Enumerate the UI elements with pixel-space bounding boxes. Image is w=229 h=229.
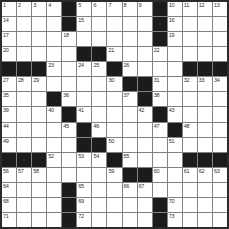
cell-r11c13[interactable]: 62	[198, 168, 212, 182]
black-cell-r3c5	[77, 47, 91, 61]
clue-number: 70	[169, 198, 175, 204]
cell-r14c12[interactable]	[183, 213, 197, 227]
cell-r9c13[interactable]	[198, 138, 212, 152]
black-cell-r4c13	[198, 62, 212, 76]
clue-number: 29	[33, 77, 39, 83]
cell-r12c5[interactable]: 65	[77, 183, 91, 197]
cell-r4c5[interactable]: 24	[77, 62, 91, 76]
cell-r13c8[interactable]	[123, 198, 137, 212]
cell-r7c3[interactable]: 40	[47, 107, 61, 121]
cell-r11c14[interactable]: 63	[213, 168, 227, 182]
cell-r14c9[interactable]	[138, 213, 152, 227]
cell-r3c0[interactable]: 20	[2, 47, 16, 61]
cell-r13c7[interactable]	[107, 198, 121, 212]
clue-number: 60	[154, 168, 160, 174]
clue-number: 14	[3, 17, 9, 23]
clue-number: 44	[3, 123, 9, 129]
cell-r11c4[interactable]	[62, 168, 76, 182]
cell-r12c6[interactable]	[92, 183, 106, 197]
cell-r3c9[interactable]	[138, 47, 152, 61]
clue-number: 16	[169, 17, 175, 23]
cell-r0c0[interactable]: 1	[2, 2, 16, 16]
cell-r7c14[interactable]	[213, 107, 227, 121]
cell-r9c10[interactable]	[153, 138, 167, 152]
cell-r2c12[interactable]	[183, 32, 197, 46]
cell-r6c14[interactable]	[213, 92, 227, 106]
cell-r10c5[interactable]: 53	[77, 153, 91, 167]
clue-number: 31	[154, 77, 160, 83]
cell-r7c8[interactable]	[123, 107, 137, 121]
clue-number: 5	[78, 2, 81, 8]
cell-r3c4[interactable]	[62, 47, 76, 61]
cell-r11c11[interactable]	[168, 168, 182, 182]
cell-r3c11[interactable]	[168, 47, 182, 61]
cell-r6c4[interactable]: 36	[62, 92, 76, 106]
cell-r10c10[interactable]	[153, 153, 167, 167]
clue-number: 63	[214, 168, 220, 174]
black-cell-r6c3	[47, 92, 61, 106]
cell-r14c11[interactable]: 73	[168, 213, 182, 227]
cell-r0c8[interactable]: 8	[123, 2, 137, 16]
clue-number: 37	[124, 92, 130, 98]
black-cell-r9c5	[77, 138, 91, 152]
black-cell-r7c4	[62, 107, 76, 121]
clue-number: 64	[3, 183, 9, 189]
cell-r14c8[interactable]	[123, 213, 137, 227]
clue-number: 2	[18, 2, 21, 8]
cell-r12c13[interactable]	[198, 183, 212, 197]
cell-r5c4[interactable]	[62, 77, 76, 91]
black-cell-r4c12	[183, 62, 197, 76]
cell-r2c4[interactable]: 18	[62, 32, 76, 46]
black-cell-r14c10	[153, 213, 167, 227]
cell-r12c9[interactable]: 67	[138, 183, 152, 197]
clue-number: 23	[48, 62, 54, 68]
black-cell-r8c11	[168, 123, 182, 137]
cell-r5c3[interactable]	[47, 77, 61, 91]
cell-r13c9[interactable]	[138, 198, 152, 212]
cell-r13c0[interactable]: 68	[2, 198, 16, 212]
cell-r6c7[interactable]	[107, 92, 121, 106]
clue-number: 61	[184, 168, 190, 174]
black-cell-r11c8	[123, 168, 137, 182]
cell-r11c7[interactable]: 59	[107, 168, 121, 182]
black-cell-r10c7	[107, 153, 121, 167]
cell-r6c5[interactable]	[77, 92, 91, 106]
cell-r6c10[interactable]: 38	[153, 92, 167, 106]
cell-r8c7[interactable]	[107, 123, 121, 137]
cell-r7c7[interactable]	[107, 107, 121, 121]
clue-number: 62	[199, 168, 205, 174]
cell-r9c3[interactable]	[47, 138, 61, 152]
cell-r14c6[interactable]	[92, 213, 106, 227]
clue-number: 7	[108, 2, 111, 8]
clue-number: 49	[3, 138, 9, 144]
cell-r3c12[interactable]	[183, 47, 197, 61]
cell-r3c10[interactable]: 22	[153, 47, 167, 61]
cell-r8c12[interactable]: 48	[183, 123, 197, 137]
cell-r4c9[interactable]	[138, 62, 152, 76]
clue-number: 66	[124, 183, 130, 189]
clue-number: 6	[93, 2, 96, 8]
clue-number: 11	[184, 2, 189, 8]
clue-number: 25	[93, 62, 99, 68]
cell-r9c1[interactable]	[17, 138, 31, 152]
cell-r11c12[interactable]: 61	[183, 168, 197, 182]
cell-r9c12[interactable]	[183, 138, 197, 152]
cell-r1c5[interactable]: 15	[77, 17, 91, 31]
black-cell-r0c10	[153, 2, 167, 16]
cell-r11c10[interactable]: 60	[153, 168, 167, 182]
clue-number: 34	[214, 77, 220, 83]
clue-number: 65	[78, 183, 84, 189]
black-cell-r5c8	[123, 77, 137, 91]
cell-r1c8[interactable]	[123, 17, 137, 31]
cell-r10c3[interactable]: 52	[47, 153, 61, 167]
cell-r3c13[interactable]	[198, 47, 212, 61]
clue-number: 18	[63, 32, 69, 38]
black-cell-r9c6	[92, 138, 106, 152]
cell-r12c7[interactable]	[107, 183, 121, 197]
cell-r8c9[interactable]	[138, 123, 152, 137]
cell-r14c13[interactable]	[198, 213, 212, 227]
cell-r7c13[interactable]	[198, 107, 212, 121]
clue-number: 53	[78, 153, 84, 159]
clue-number: 72	[78, 213, 84, 219]
cell-r2c11[interactable]: 19	[168, 32, 182, 46]
cell-r6c6[interactable]	[92, 92, 106, 106]
cell-r4c8[interactable]: 26	[123, 62, 137, 76]
cell-r9c14[interactable]	[213, 138, 227, 152]
cell-r0c2[interactable]: 3	[32, 2, 46, 16]
cell-r0c6[interactable]: 6	[92, 2, 106, 16]
cell-r11c3[interactable]	[47, 168, 61, 182]
cell-r5c12[interactable]: 32	[183, 77, 197, 91]
black-cell-r4c7	[107, 62, 121, 76]
clue-number: 21	[108, 47, 114, 53]
cell-r11c5[interactable]	[77, 168, 91, 182]
cell-r8c3[interactable]	[47, 123, 61, 137]
clue-number: 4	[48, 2, 51, 8]
cell-r5c13[interactable]: 33	[198, 77, 212, 91]
clue-number: 42	[139, 107, 145, 113]
cell-r4c10[interactable]	[153, 62, 167, 76]
cell-r8c14[interactable]	[213, 123, 227, 137]
cell-r13c14[interactable]	[213, 198, 227, 212]
cell-r10c6[interactable]: 54	[92, 153, 106, 167]
cell-r1c9[interactable]	[138, 17, 152, 31]
cell-r4c3[interactable]: 23	[47, 62, 61, 76]
cell-r5c14[interactable]: 34	[213, 77, 227, 91]
cell-r6c0[interactable]: 35	[2, 92, 16, 106]
clue-number: 71	[3, 213, 9, 219]
cell-r14c5[interactable]: 72	[77, 213, 91, 227]
clue-number: 26	[124, 62, 130, 68]
cell-r1c14[interactable]	[213, 17, 227, 31]
clue-number: 35	[3, 92, 9, 98]
black-cell-r10c1	[17, 153, 31, 167]
cell-r5c10[interactable]: 31	[153, 77, 167, 91]
cell-r1c11[interactable]: 16	[168, 17, 182, 31]
clue-number: 13	[214, 2, 220, 8]
clue-number: 40	[48, 107, 54, 113]
cell-r7c5[interactable]: 41	[77, 107, 91, 121]
cell-r9c8[interactable]	[123, 138, 137, 152]
clue-number: 10	[169, 2, 175, 8]
cell-r1c6[interactable]	[92, 17, 106, 31]
clue-number: 52	[48, 153, 54, 159]
clue-number: 45	[63, 123, 69, 129]
clue-number: 50	[108, 138, 114, 144]
black-cell-r6c9	[138, 92, 152, 106]
cell-r5c1[interactable]: 28	[17, 77, 31, 91]
cell-r6c2[interactable]	[32, 92, 46, 106]
cell-r4c11[interactable]	[168, 62, 182, 76]
cell-r6c12[interactable]	[183, 92, 197, 106]
cell-r0c12[interactable]: 11	[183, 2, 197, 16]
cell-r0c13[interactable]: 12	[198, 2, 212, 16]
clue-number: 55	[124, 153, 130, 159]
black-cell-r10c2	[32, 153, 46, 167]
clue-number: 68	[3, 198, 9, 204]
cell-r8c8[interactable]	[123, 123, 137, 137]
cell-r14c0[interactable]: 71	[2, 213, 16, 227]
cell-r6c11[interactable]	[168, 92, 182, 106]
black-cell-r8c5	[77, 123, 91, 137]
clue-number: 19	[169, 32, 175, 38]
clue-number: 1	[3, 2, 6, 8]
clue-number: 58	[33, 168, 39, 174]
cell-r12c14[interactable]	[213, 183, 227, 197]
cell-r7c12[interactable]	[183, 107, 197, 121]
clue-number: 41	[78, 107, 84, 113]
clue-number: 27	[3, 77, 9, 83]
cell-r14c2[interactable]	[32, 213, 46, 227]
cell-r14c7[interactable]	[107, 213, 121, 227]
cell-r6c1[interactable]	[17, 92, 31, 106]
cell-r9c9[interactable]	[138, 138, 152, 152]
cell-r4c4[interactable]	[62, 62, 76, 76]
black-cell-r0c4	[62, 2, 76, 16]
cell-r12c3[interactable]	[47, 183, 61, 197]
clue-number: 3	[33, 2, 36, 8]
cell-r8c10[interactable]: 47	[153, 123, 167, 137]
clue-number: 22	[154, 47, 160, 53]
cell-r3c3[interactable]	[47, 47, 61, 61]
cell-r12c8[interactable]: 66	[123, 183, 137, 197]
clue-number: 32	[184, 77, 190, 83]
black-cell-r14c4	[62, 213, 76, 227]
cell-r8c1[interactable]	[17, 123, 31, 137]
cell-r13c5[interactable]: 69	[77, 198, 91, 212]
cell-r2c9[interactable]	[138, 32, 152, 46]
cell-r9c4[interactable]	[62, 138, 76, 152]
cell-r0c14[interactable]: 13	[213, 2, 227, 16]
cell-r1c13[interactable]	[198, 17, 212, 31]
black-cell-r7c10	[153, 107, 167, 121]
black-cell-r11c9	[138, 168, 152, 182]
cell-r9c2[interactable]	[32, 138, 46, 152]
cell-r1c12[interactable]	[183, 17, 197, 31]
cell-r0c5[interactable]: 5	[77, 2, 91, 16]
cell-r11c6[interactable]	[92, 168, 106, 182]
cell-r12c10[interactable]	[153, 183, 167, 197]
clue-number: 15	[78, 17, 84, 23]
cell-r2c13[interactable]	[198, 32, 212, 46]
cell-r7c0[interactable]: 39	[2, 107, 16, 121]
clue-number: 12	[199, 2, 205, 8]
clue-number: 54	[93, 153, 99, 159]
cell-r2c5[interactable]	[77, 32, 91, 46]
cell-r8c2[interactable]	[32, 123, 46, 137]
cell-r10c8[interactable]: 55	[123, 153, 137, 167]
cell-r2c7[interactable]	[107, 32, 121, 46]
black-cell-r1c10	[153, 17, 167, 31]
cell-r8c13[interactable]	[198, 123, 212, 137]
cell-r14c1[interactable]	[17, 213, 31, 227]
cell-r14c14[interactable]	[213, 213, 227, 227]
black-cell-r5c9	[138, 77, 152, 91]
black-cell-r4c14	[213, 62, 227, 76]
clue-number: 48	[184, 123, 190, 129]
cell-r13c6[interactable]	[92, 198, 106, 212]
clue-number: 51	[169, 138, 175, 144]
clue-number: 38	[154, 92, 160, 98]
clue-number: 17	[3, 32, 9, 38]
cell-r13c11[interactable]: 70	[168, 198, 182, 212]
cell-r7c11[interactable]: 43	[168, 107, 182, 121]
cell-r12c11[interactable]	[168, 183, 182, 197]
cell-r2c1[interactable]	[17, 32, 31, 46]
cell-r13c13[interactable]	[198, 198, 212, 212]
cell-r2c14[interactable]	[213, 32, 227, 46]
cell-r12c2[interactable]	[32, 183, 46, 197]
cell-r10c4[interactable]	[62, 153, 76, 167]
cell-r6c13[interactable]	[198, 92, 212, 106]
cell-r0c11[interactable]: 10	[168, 2, 182, 16]
clue-number: 69	[78, 198, 84, 204]
cell-r0c3[interactable]: 4	[47, 2, 61, 16]
cell-r7c1[interactable]	[17, 107, 31, 121]
clue-number: 36	[63, 92, 69, 98]
cell-r13c3[interactable]	[47, 198, 61, 212]
black-cell-r13c4	[62, 198, 76, 212]
cell-r9c11[interactable]: 51	[168, 138, 182, 152]
clue-number: 56	[3, 168, 9, 174]
cell-r1c3[interactable]	[47, 17, 61, 31]
cell-r2c6[interactable]	[92, 32, 106, 46]
clue-number: 33	[199, 77, 205, 83]
cell-r12c12[interactable]	[183, 183, 197, 197]
cell-r3c8[interactable]	[123, 47, 137, 61]
black-cell-r10c13	[198, 153, 212, 167]
cell-r8c6[interactable]: 46	[92, 123, 106, 137]
cell-r9c0[interactable]: 49	[2, 138, 16, 152]
cell-r13c2[interactable]	[32, 198, 46, 212]
cell-r4c6[interactable]: 25	[92, 62, 106, 76]
cell-r5c0[interactable]: 27	[2, 77, 16, 91]
clue-number: 67	[139, 183, 145, 189]
clue-number: 8	[124, 2, 127, 8]
clue-number: 30	[108, 77, 114, 83]
cell-r5c7[interactable]: 30	[107, 77, 121, 91]
clue-number: 20	[3, 47, 9, 53]
cell-r9c7[interactable]: 50	[107, 138, 121, 152]
cell-r11c0[interactable]: 56	[2, 168, 16, 182]
crossword-grid: 1234567891011121314151617181920212223242…	[0, 0, 229, 229]
clue-number: 47	[154, 123, 160, 129]
black-cell-r2c10	[153, 32, 167, 46]
cell-r2c8[interactable]	[123, 32, 137, 46]
cell-r10c11[interactable]	[168, 153, 182, 167]
cell-r1c0[interactable]: 14	[2, 17, 16, 31]
cell-r8c4[interactable]: 45	[62, 123, 76, 137]
crossword-board: 1234567891011121314151617181920212223242…	[0, 0, 229, 229]
black-cell-r10c14	[213, 153, 227, 167]
cell-r12c1[interactable]	[17, 183, 31, 197]
cell-r7c6[interactable]	[92, 107, 106, 121]
cell-r5c5[interactable]	[77, 77, 91, 91]
cell-r11c1[interactable]: 57	[17, 168, 31, 182]
cell-r5c6[interactable]	[92, 77, 106, 91]
cell-r1c2[interactable]	[32, 17, 46, 31]
black-cell-r4c0	[2, 62, 16, 76]
black-cell-r10c0	[2, 153, 16, 167]
clue-number: 9	[139, 2, 142, 8]
black-cell-r13c10	[153, 198, 167, 212]
cell-r3c14[interactable]	[213, 47, 227, 61]
cell-r13c1[interactable]	[17, 198, 31, 212]
black-cell-r4c1	[17, 62, 31, 76]
cell-r8c0[interactable]: 44	[2, 123, 16, 137]
cell-r6c8[interactable]: 37	[123, 92, 137, 106]
cell-r10c9[interactable]	[138, 153, 152, 167]
clue-number: 43	[169, 107, 175, 113]
cell-r7c2[interactable]	[32, 107, 46, 121]
cell-r0c9[interactable]: 9	[138, 2, 152, 16]
cell-r3c2[interactable]	[32, 47, 46, 61]
cell-r12c0[interactable]: 64	[2, 183, 16, 197]
cell-r3c1[interactable]	[17, 47, 31, 61]
black-cell-r1c4	[62, 17, 76, 31]
cell-r7c9[interactable]: 42	[138, 107, 152, 121]
cell-r14c3[interactable]	[47, 213, 61, 227]
cell-r0c7[interactable]: 7	[107, 2, 121, 16]
clue-number: 28	[18, 77, 24, 83]
cell-r2c2[interactable]	[32, 32, 46, 46]
black-cell-r4c2	[32, 62, 46, 76]
cell-r1c7[interactable]	[107, 17, 121, 31]
clue-number: 73	[169, 213, 175, 219]
cell-r2c0[interactable]: 17	[2, 32, 16, 46]
clue-number: 59	[108, 168, 114, 174]
cell-r3c7[interactable]: 21	[107, 47, 121, 61]
clue-number: 46	[93, 123, 99, 129]
black-cell-r3c6	[92, 47, 106, 61]
clue-number: 24	[78, 62, 84, 68]
cell-r1c1[interactable]	[17, 17, 31, 31]
clue-number: 57	[18, 168, 24, 174]
cell-r2c3[interactable]	[47, 32, 61, 46]
cell-r13c12[interactable]	[183, 198, 197, 212]
cell-r0c1[interactable]: 2	[17, 2, 31, 16]
cell-r5c2[interactable]: 29	[32, 77, 46, 91]
black-cell-r10c12	[183, 153, 197, 167]
clue-number: 39	[3, 107, 9, 113]
cell-r5c11[interactable]	[168, 77, 182, 91]
black-cell-r12c4	[62, 183, 76, 197]
cell-r11c2[interactable]: 58	[32, 168, 46, 182]
